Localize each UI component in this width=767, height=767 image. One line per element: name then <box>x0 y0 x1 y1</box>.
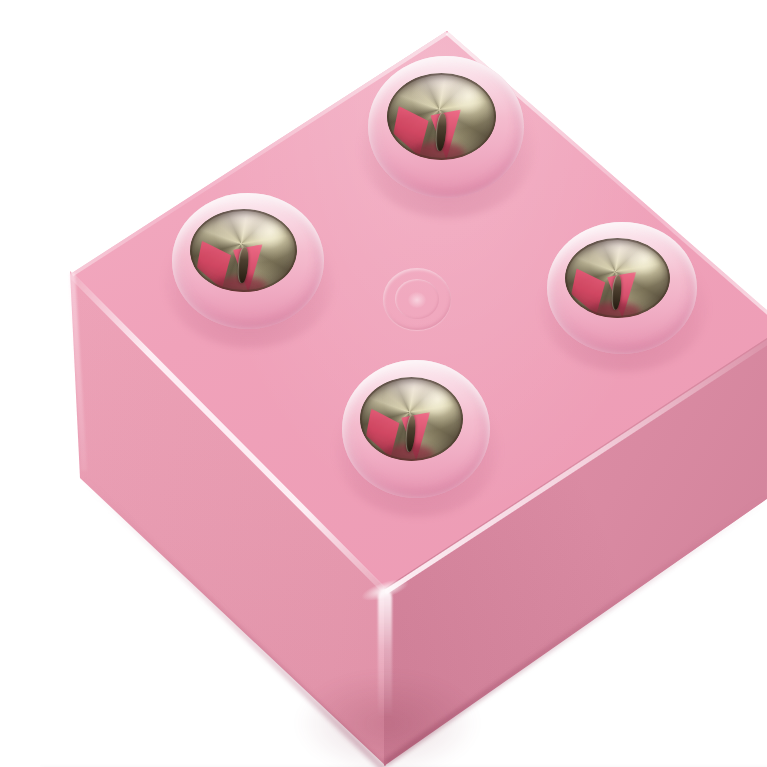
hole-rim-shadow <box>387 73 496 160</box>
stud-top <box>368 56 524 198</box>
front-vertical-edge-highlight <box>378 590 392 740</box>
stud-hole <box>387 73 496 160</box>
stud-hole <box>190 209 296 292</box>
hole-rim-shadow <box>190 209 296 292</box>
mold-mark-center-dot <box>408 292 426 308</box>
stud-bottom <box>342 360 490 498</box>
product-photo <box>40 16 767 767</box>
hole-rim-shadow <box>360 377 464 461</box>
hole-rim-shadow <box>565 238 670 319</box>
stud-right <box>547 222 697 354</box>
stud-left <box>172 193 324 329</box>
stud-hole <box>565 238 670 319</box>
stud-hole <box>360 377 464 461</box>
